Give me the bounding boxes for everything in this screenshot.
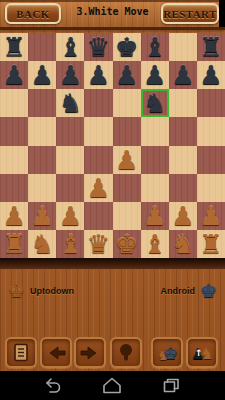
square-d1[interactable]: ♛ <box>84 230 112 258</box>
square-c5[interactable] <box>56 117 84 145</box>
square-a1[interactable]: ♜ <box>0 230 28 258</box>
square-d3[interactable]: ♟ <box>84 174 112 202</box>
white-queen: ♛ <box>84 230 112 258</box>
square-g6[interactable] <box>169 89 197 117</box>
white-knight: ♞ <box>28 230 56 258</box>
black-bishop: ♝ <box>56 33 84 61</box>
square-b2[interactable]: ♟ <box>28 202 56 230</box>
white-pawn: ♟ <box>84 174 112 202</box>
choose-pieces-button[interactable]: ♞ ♚ <box>151 337 183 368</box>
dark-pawn-icon: ♟ <box>191 347 204 362</box>
dark-king-icon: ♚ <box>163 345 178 362</box>
black-king: ♚ <box>113 33 141 61</box>
nav-recents-icon <box>159 375 181 397</box>
white-king: ♚ <box>113 230 141 258</box>
square-h8[interactable]: ♜ <box>197 33 225 61</box>
square-f5[interactable] <box>141 117 169 145</box>
square-f4[interactable] <box>141 146 169 174</box>
square-g1[interactable]: ♞ <box>169 230 197 258</box>
move-status-title: 3.White Move <box>60 6 165 17</box>
back-button[interactable]: BACK <box>5 3 61 24</box>
square-b1[interactable]: ♞ <box>28 230 56 258</box>
square-h7[interactable]: ♟ <box>197 61 225 89</box>
white-player-name: Uptodown <box>30 286 74 296</box>
square-e5[interactable] <box>113 117 141 145</box>
square-a3[interactable] <box>0 174 28 202</box>
square-a6[interactable] <box>0 89 28 117</box>
white-knight: ♞ <box>169 230 197 258</box>
square-b7[interactable]: ♟ <box>28 61 56 89</box>
black-knight: ♞ <box>56 89 84 117</box>
top-edge-shadow <box>0 0 225 2</box>
black-pawn: ♟ <box>113 61 141 89</box>
white-pawn: ♟ <box>197 202 225 230</box>
black-bishop: ♝ <box>141 33 169 61</box>
square-e7[interactable]: ♟ <box>113 61 141 89</box>
square-e6[interactable] <box>113 89 141 117</box>
white-bishop: ♝ <box>56 230 84 258</box>
square-b8[interactable] <box>28 33 56 61</box>
white-pawn: ♟ <box>28 202 56 230</box>
bulb-icon <box>116 343 136 362</box>
square-a5[interactable] <box>0 117 28 145</box>
black-knight: ♞ <box>141 89 169 117</box>
black-pawn: ♟ <box>197 61 225 89</box>
square-b6[interactable] <box>28 89 56 117</box>
black-pawn: ♟ <box>28 61 56 89</box>
document-icon <box>13 343 29 362</box>
white-rook: ♜ <box>0 230 28 258</box>
bronze-knight-icon: ♞ <box>157 349 169 362</box>
square-d4[interactable] <box>84 146 112 174</box>
square-f3[interactable] <box>141 174 169 202</box>
redo-button[interactable] <box>74 337 106 368</box>
square-g8[interactable] <box>169 33 197 61</box>
board-bottom-edge <box>0 258 225 269</box>
square-e1[interactable]: ♚ <box>113 230 141 258</box>
hint-button[interactable] <box>110 337 142 368</box>
square-g7[interactable]: ♟ <box>169 61 197 89</box>
black-pawn: ♟ <box>0 61 28 89</box>
chess-app-screen: BACK 3.White Move RESTART ♜♝♛♚♝♜♟♟♟♟♟♟♟♟… <box>0 0 225 400</box>
white-pawn: ♟ <box>113 146 141 174</box>
square-g3[interactable] <box>169 174 197 202</box>
square-d2[interactable] <box>84 202 112 230</box>
white-pawn: ♟ <box>169 202 197 230</box>
white-king-icon: ♚ <box>8 279 25 301</box>
square-e8[interactable]: ♚ <box>113 33 141 61</box>
white-pawn: ♟ <box>56 202 84 230</box>
corner-black-sliver <box>219 0 225 27</box>
square-g5[interactable] <box>169 117 197 145</box>
square-h6[interactable] <box>197 89 225 117</box>
square-g2[interactable]: ♟ <box>169 202 197 230</box>
square-d6[interactable] <box>84 89 112 117</box>
square-d7[interactable]: ♟ <box>84 61 112 89</box>
square-c3[interactable] <box>56 174 84 202</box>
square-e4[interactable]: ♟ <box>113 146 141 174</box>
square-f7[interactable]: ♟ <box>141 61 169 89</box>
square-b5[interactable] <box>28 117 56 145</box>
bronze-knight-icon: ♞ <box>200 346 214 362</box>
square-c8[interactable]: ♝ <box>56 33 84 61</box>
square-c6[interactable]: ♞ <box>56 89 84 117</box>
chess-board: ♜♝♛♚♝♜♟♟♟♟♟♟♟♟♞♞♟♟♟♟♟♟♟♟♜♞♝♛♚♝♞♜ <box>0 33 225 258</box>
white-rook: ♜ <box>197 230 225 258</box>
nav-home-button[interactable] <box>101 375 123 397</box>
square-h3[interactable] <box>197 174 225 202</box>
black-king-icon: ♚ <box>200 279 217 301</box>
black-queen: ♛ <box>84 33 112 61</box>
black-pawn: ♟ <box>169 61 197 89</box>
square-h2[interactable]: ♟ <box>197 202 225 230</box>
black-pawn: ♟ <box>84 61 112 89</box>
up-arrow-icon: ↑ <box>195 349 203 358</box>
square-c4[interactable] <box>56 146 84 174</box>
arrow-left-icon <box>46 346 66 360</box>
square-f1[interactable]: ♝ <box>141 230 169 258</box>
nav-home-icon <box>101 375 123 397</box>
square-c7[interactable]: ♟ <box>56 61 84 89</box>
moves-list-button[interactable] <box>5 337 37 368</box>
square-e2[interactable] <box>113 202 141 230</box>
square-f2[interactable]: ♟ <box>141 202 169 230</box>
nav-back-icon <box>42 375 64 397</box>
black-rook: ♜ <box>197 33 225 61</box>
nav-back-button[interactable] <box>42 375 64 397</box>
square-b3[interactable] <box>28 174 56 202</box>
square-a4[interactable] <box>0 146 28 174</box>
white-bishop: ♝ <box>141 230 169 258</box>
white-pawn: ♟ <box>0 202 28 230</box>
square-h5[interactable] <box>197 117 225 145</box>
square-a2[interactable]: ♟ <box>0 202 28 230</box>
square-d8[interactable]: ♛ <box>84 33 112 61</box>
white-pawn: ♟ <box>141 202 169 230</box>
undo-button[interactable] <box>40 337 72 368</box>
arrow-right-icon <box>80 346 100 360</box>
black-pawn: ♟ <box>56 61 84 89</box>
square-h4[interactable] <box>197 146 225 174</box>
square-g4[interactable] <box>169 146 197 174</box>
square-d5[interactable] <box>84 117 112 145</box>
square-e3[interactable] <box>113 174 141 202</box>
android-nav-bar <box>0 371 225 400</box>
square-a7[interactable]: ♟ <box>0 61 28 89</box>
square-h1[interactable]: ♜ <box>197 230 225 258</box>
square-f6[interactable]: ♞ <box>141 89 169 117</box>
square-c2[interactable]: ♟ <box>56 202 84 230</box>
nav-recents-button[interactable] <box>159 375 181 397</box>
black-rook: ♜ <box>0 33 28 61</box>
black-player-name: Android <box>161 286 196 296</box>
restart-button[interactable]: RESTART <box>161 3 219 24</box>
square-c1[interactable]: ♝ <box>56 230 84 258</box>
piece-upgrade-button[interactable]: ♞ ♟ ↑ <box>186 337 218 368</box>
top-bar: BACK 3.White Move RESTART <box>0 0 225 30</box>
black-pawn: ♟ <box>141 61 169 89</box>
square-a8[interactable]: ♜ <box>0 33 28 61</box>
square-f8[interactable]: ♝ <box>141 33 169 61</box>
square-b4[interactable] <box>28 146 56 174</box>
